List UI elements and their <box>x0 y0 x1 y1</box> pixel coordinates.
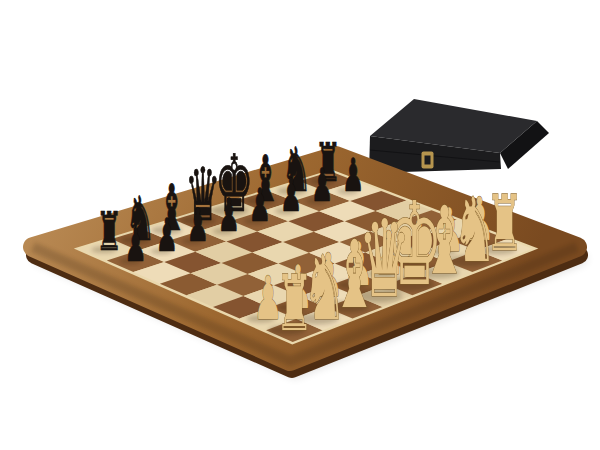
chess-set-photo: ♜♞♟♝♟♚♟♛♟♝♟♞♟♟♜♜♟♟♟♞♟♝♟♚♟♛♟♝♟♟♞♜ <box>0 0 600 450</box>
piece-white-rook-a1[interactable]: ♜ <box>275 258 313 348</box>
brass-clasp-center <box>425 156 431 165</box>
scene: ♜♞♟♝♟♚♟♛♟♝♟♞♟♟♜♜♟♟♟♞♟♝♟♚♟♛♟♝♟♟♞♜ <box>0 0 600 450</box>
piece-black-pawn-h7[interactable]: ♟ <box>342 149 365 202</box>
piece-black-pawn-c7[interactable]: ♟ <box>186 199 209 252</box>
piece-black-pawn-e7[interactable]: ♟ <box>249 179 272 232</box>
piece-black-pawn-f7[interactable]: ♟ <box>280 169 303 222</box>
piece-black-pawn-a7[interactable]: ♟ <box>124 219 147 272</box>
piece-black-pawn-g7[interactable]: ♟ <box>311 159 334 212</box>
piece-black-pawn-d7[interactable]: ♟ <box>217 189 240 242</box>
piece-black-rook-a8[interactable]: ♜ <box>96 200 122 262</box>
piece-black-pawn-b7[interactable]: ♟ <box>155 209 178 262</box>
storage-box <box>369 99 549 173</box>
